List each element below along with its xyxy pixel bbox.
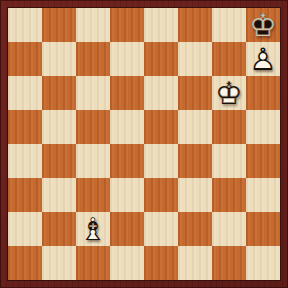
- piece-white-king[interactable]: ♚♔: [212, 76, 246, 110]
- square-a3[interactable]: [8, 178, 42, 212]
- square-e5[interactable]: [144, 110, 178, 144]
- square-c6[interactable]: [76, 76, 110, 110]
- chess-board: ♚♔♟♙♚♔♝♗: [8, 8, 280, 280]
- square-a4[interactable]: [8, 144, 42, 178]
- square-g3[interactable]: [212, 178, 246, 212]
- piece-white-pawn[interactable]: ♟♙: [246, 42, 280, 76]
- square-h2[interactable]: [246, 212, 280, 246]
- square-a2[interactable]: [8, 212, 42, 246]
- square-c4[interactable]: [76, 144, 110, 178]
- square-e4[interactable]: [144, 144, 178, 178]
- square-b7[interactable]: [42, 42, 76, 76]
- square-d5[interactable]: [110, 110, 144, 144]
- square-e1[interactable]: [144, 246, 178, 280]
- chess-app: ♚♔♟♙♚♔♝♗: [0, 0, 288, 288]
- square-d3[interactable]: [110, 178, 144, 212]
- square-b5[interactable]: [42, 110, 76, 144]
- square-g8[interactable]: [212, 8, 246, 42]
- square-a5[interactable]: [8, 110, 42, 144]
- square-f4[interactable]: [178, 144, 212, 178]
- square-c2[interactable]: ♝♗: [76, 212, 110, 246]
- square-f8[interactable]: [178, 8, 212, 42]
- square-f3[interactable]: [178, 178, 212, 212]
- square-b8[interactable]: [42, 8, 76, 42]
- square-a1[interactable]: [8, 246, 42, 280]
- square-d1[interactable]: [110, 246, 144, 280]
- square-b4[interactable]: [42, 144, 76, 178]
- board-frame: ♚♔♟♙♚♔♝♗: [0, 0, 288, 288]
- square-e7[interactable]: [144, 42, 178, 76]
- square-g2[interactable]: [212, 212, 246, 246]
- square-e6[interactable]: [144, 76, 178, 110]
- square-b3[interactable]: [42, 178, 76, 212]
- square-g6[interactable]: ♚♔: [212, 76, 246, 110]
- square-d8[interactable]: [110, 8, 144, 42]
- square-h6[interactable]: [246, 76, 280, 110]
- square-f7[interactable]: [178, 42, 212, 76]
- square-d7[interactable]: [110, 42, 144, 76]
- square-c3[interactable]: [76, 178, 110, 212]
- square-a7[interactable]: [8, 42, 42, 76]
- black-king-glyph-outline: ♔: [246, 8, 280, 42]
- white-pawn-glyph-outline: ♙: [246, 42, 280, 76]
- square-d6[interactable]: [110, 76, 144, 110]
- square-d4[interactable]: [110, 144, 144, 178]
- square-b6[interactable]: [42, 76, 76, 110]
- square-e3[interactable]: [144, 178, 178, 212]
- piece-black-king[interactable]: ♚♔: [246, 8, 280, 42]
- square-a6[interactable]: [8, 76, 42, 110]
- square-c8[interactable]: [76, 8, 110, 42]
- square-g4[interactable]: [212, 144, 246, 178]
- square-f6[interactable]: [178, 76, 212, 110]
- square-g5[interactable]: [212, 110, 246, 144]
- square-h4[interactable]: [246, 144, 280, 178]
- square-g7[interactable]: [212, 42, 246, 76]
- square-e2[interactable]: [144, 212, 178, 246]
- square-c5[interactable]: [76, 110, 110, 144]
- square-f2[interactable]: [178, 212, 212, 246]
- square-f5[interactable]: [178, 110, 212, 144]
- square-g1[interactable]: [212, 246, 246, 280]
- white-bishop-glyph-outline: ♗: [76, 212, 110, 246]
- square-h1[interactable]: [246, 246, 280, 280]
- white-king-glyph-outline: ♔: [212, 76, 246, 110]
- square-b2[interactable]: [42, 212, 76, 246]
- square-c1[interactable]: [76, 246, 110, 280]
- square-c7[interactable]: [76, 42, 110, 76]
- piece-white-bishop[interactable]: ♝♗: [76, 212, 110, 246]
- square-a8[interactable]: [8, 8, 42, 42]
- square-b1[interactable]: [42, 246, 76, 280]
- square-e8[interactable]: [144, 8, 178, 42]
- square-d2[interactable]: [110, 212, 144, 246]
- square-h7[interactable]: ♟♙: [246, 42, 280, 76]
- square-h5[interactable]: [246, 110, 280, 144]
- square-h8[interactable]: ♚♔: [246, 8, 280, 42]
- square-h3[interactable]: [246, 178, 280, 212]
- square-f1[interactable]: [178, 246, 212, 280]
